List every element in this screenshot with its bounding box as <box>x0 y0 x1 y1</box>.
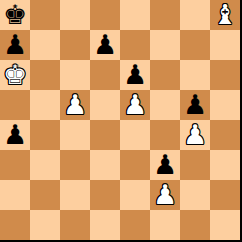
square-g1[interactable] <box>180 210 210 240</box>
square-e8[interactable] <box>120 0 150 30</box>
square-f2[interactable]: ♟ <box>150 180 180 210</box>
square-d3[interactable] <box>90 150 120 180</box>
square-f4[interactable] <box>150 120 180 150</box>
square-d6[interactable] <box>90 60 120 90</box>
piece-black-pawn[interactable]: ♟ <box>150 150 180 180</box>
square-g5[interactable]: ♟ <box>180 90 210 120</box>
square-a8[interactable]: ♚ <box>0 0 30 30</box>
square-d8[interactable] <box>90 0 120 30</box>
square-c8[interactable] <box>60 0 90 30</box>
square-c3[interactable] <box>60 150 90 180</box>
square-b4[interactable] <box>30 120 60 150</box>
square-a1[interactable] <box>0 210 30 240</box>
square-d7[interactable]: ♟ <box>90 30 120 60</box>
square-f7[interactable] <box>150 30 180 60</box>
square-e6[interactable]: ♟ <box>120 60 150 90</box>
piece-white-pawn[interactable]: ♟ <box>120 90 150 120</box>
square-b3[interactable] <box>30 150 60 180</box>
piece-black-pawn[interactable]: ♟ <box>0 120 30 150</box>
square-e3[interactable] <box>120 150 150 180</box>
chess-app: ♚♝♟♟♚♟♟♟♟♟♟♟♟ <box>0 0 242 242</box>
square-d2[interactable] <box>90 180 120 210</box>
square-b2[interactable] <box>30 180 60 210</box>
square-b7[interactable] <box>30 30 60 60</box>
square-h6[interactable] <box>210 60 240 90</box>
square-a2[interactable] <box>0 180 30 210</box>
square-h1[interactable] <box>210 210 240 240</box>
square-b6[interactable] <box>30 60 60 90</box>
square-a3[interactable] <box>0 150 30 180</box>
square-f6[interactable] <box>150 60 180 90</box>
square-a4[interactable]: ♟ <box>0 120 30 150</box>
square-b8[interactable] <box>30 0 60 30</box>
square-g4[interactable]: ♟ <box>180 120 210 150</box>
piece-white-pawn[interactable]: ♟ <box>150 180 180 210</box>
square-b1[interactable] <box>30 210 60 240</box>
square-b5[interactable] <box>30 90 60 120</box>
square-d4[interactable] <box>90 120 120 150</box>
square-f1[interactable] <box>150 210 180 240</box>
piece-black-pawn[interactable]: ♟ <box>0 30 30 60</box>
square-f8[interactable] <box>150 0 180 30</box>
square-c4[interactable] <box>60 120 90 150</box>
square-c6[interactable] <box>60 60 90 90</box>
square-h7[interactable] <box>210 30 240 60</box>
square-g3[interactable] <box>180 150 210 180</box>
piece-black-pawn[interactable]: ♟ <box>180 90 210 120</box>
square-a6[interactable]: ♚ <box>0 60 30 90</box>
piece-black-pawn[interactable]: ♟ <box>120 60 150 90</box>
square-e4[interactable] <box>120 120 150 150</box>
chess-board: ♚♝♟♟♚♟♟♟♟♟♟♟♟ <box>0 0 240 240</box>
square-e5[interactable]: ♟ <box>120 90 150 120</box>
square-f5[interactable] <box>150 90 180 120</box>
square-c7[interactable] <box>60 30 90 60</box>
piece-white-king[interactable]: ♚ <box>0 60 30 90</box>
square-e2[interactable] <box>120 180 150 210</box>
square-g2[interactable] <box>180 180 210 210</box>
square-c2[interactable] <box>60 180 90 210</box>
piece-black-king[interactable]: ♚ <box>0 0 30 30</box>
piece-black-pawn[interactable]: ♟ <box>90 30 120 60</box>
square-g6[interactable] <box>180 60 210 90</box>
square-h2[interactable] <box>210 180 240 210</box>
piece-white-pawn[interactable]: ♟ <box>60 90 90 120</box>
piece-white-bishop[interactable]: ♝ <box>210 0 240 30</box>
square-g7[interactable] <box>180 30 210 60</box>
square-e7[interactable] <box>120 30 150 60</box>
square-h3[interactable] <box>210 150 240 180</box>
square-f3[interactable]: ♟ <box>150 150 180 180</box>
square-c5[interactable]: ♟ <box>60 90 90 120</box>
square-a5[interactable] <box>0 90 30 120</box>
square-g8[interactable] <box>180 0 210 30</box>
square-c1[interactable] <box>60 210 90 240</box>
square-d1[interactable] <box>90 210 120 240</box>
square-e1[interactable] <box>120 210 150 240</box>
square-h5[interactable] <box>210 90 240 120</box>
piece-white-pawn[interactable]: ♟ <box>180 120 210 150</box>
square-h4[interactable] <box>210 120 240 150</box>
square-h8[interactable]: ♝ <box>210 0 240 30</box>
square-a7[interactable]: ♟ <box>0 30 30 60</box>
square-d5[interactable] <box>90 90 120 120</box>
